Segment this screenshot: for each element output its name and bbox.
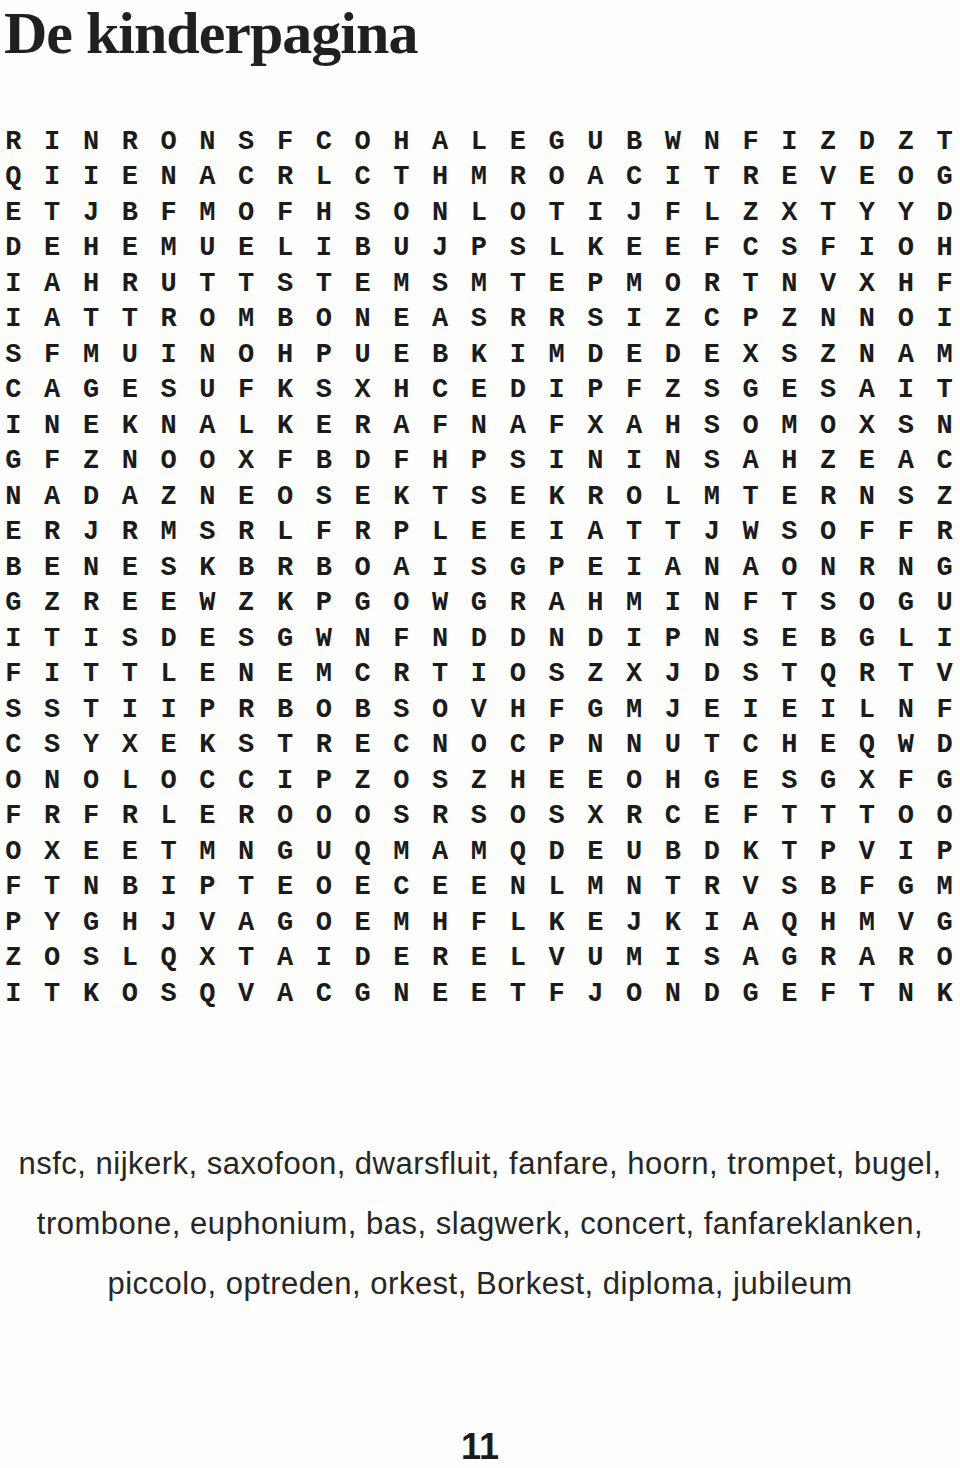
grid-cell-r17c22[interactable]: I [809, 692, 848, 728]
grid-cell-r8c16[interactable]: P [576, 373, 615, 409]
grid-cell-r13c10[interactable]: O [343, 550, 382, 586]
grid-cell-r10c14[interactable]: S [498, 444, 537, 480]
grid-cell-r25c19[interactable]: D [692, 976, 731, 1012]
grid-cell-r1c6[interactable]: N [188, 124, 227, 160]
grid-cell-r20c15[interactable]: S [537, 799, 576, 835]
grid-cell-r11c21[interactable]: E [770, 479, 809, 515]
grid-cell-r22c24[interactable]: G [886, 870, 925, 906]
grid-cell-r16c20[interactable]: S [731, 657, 770, 693]
grid-cell-r16c13[interactable]: I [460, 657, 499, 693]
grid-cell-r14c18[interactable]: I [654, 586, 693, 622]
grid-cell-r20c5[interactable]: L [149, 799, 188, 835]
grid-cell-r12c11[interactable]: P [382, 515, 421, 551]
grid-cell-r15c10[interactable]: N [343, 621, 382, 657]
grid-cell-r10c11[interactable]: F [382, 444, 421, 480]
grid-cell-r4c14[interactable]: S [498, 231, 537, 267]
grid-cell-r6c11[interactable]: E [382, 302, 421, 338]
grid-cell-r11c16[interactable]: R [576, 479, 615, 515]
grid-cell-r22c9[interactable]: O [304, 870, 343, 906]
grid-cell-r25c20[interactable]: G [731, 976, 770, 1012]
grid-cell-r3c5[interactable]: F [149, 195, 188, 231]
grid-cell-r11c25[interactable]: Z [925, 479, 960, 515]
grid-cell-r1c13[interactable]: L [460, 124, 499, 160]
grid-cell-r5c16[interactable]: P [576, 266, 615, 302]
grid-cell-r19c21[interactable]: S [770, 763, 809, 799]
grid-cell-r19c8[interactable]: I [266, 763, 305, 799]
grid-cell-r21c13[interactable]: M [460, 834, 499, 870]
grid-cell-r16c18[interactable]: J [654, 657, 693, 693]
grid-cell-r10c15[interactable]: I [537, 444, 576, 480]
grid-cell-r5c14[interactable]: T [498, 266, 537, 302]
grid-cell-r24c9[interactable]: I [304, 941, 343, 977]
grid-cell-r13c4[interactable]: E [110, 550, 149, 586]
grid-cell-r8c7[interactable]: F [227, 373, 266, 409]
grid-cell-r4c3[interactable]: H [72, 231, 111, 267]
grid-cell-r15c23[interactable]: G [848, 621, 887, 657]
grid-cell-r14c13[interactable]: G [460, 586, 499, 622]
grid-cell-r4c23[interactable]: I [848, 231, 887, 267]
grid-cell-r21c8[interactable]: G [266, 834, 305, 870]
grid-cell-r11c4[interactable]: A [110, 479, 149, 515]
grid-cell-r12c19[interactable]: J [692, 515, 731, 551]
grid-cell-r15c4[interactable]: S [110, 621, 149, 657]
grid-cell-r2c12[interactable]: H [421, 160, 460, 196]
grid-cell-r1c24[interactable]: Z [886, 124, 925, 160]
grid-cell-r24c5[interactable]: Q [149, 941, 188, 977]
grid-cell-r9c6[interactable]: A [188, 408, 227, 444]
grid-cell-r23c8[interactable]: G [266, 905, 305, 941]
grid-cell-r4c7[interactable]: E [227, 231, 266, 267]
grid-cell-r6c5[interactable]: R [149, 302, 188, 338]
grid-cell-r14c1[interactable]: G [0, 586, 33, 622]
grid-cell-r16c19[interactable]: D [692, 657, 731, 693]
grid-cell-r24c7[interactable]: T [227, 941, 266, 977]
grid-cell-r13c14[interactable]: G [498, 550, 537, 586]
grid-cell-r15c14[interactable]: D [498, 621, 537, 657]
grid-cell-r6c22[interactable]: N [809, 302, 848, 338]
grid-cell-r14c3[interactable]: R [72, 586, 111, 622]
grid-cell-r25c24[interactable]: N [886, 976, 925, 1012]
grid-cell-r10c12[interactable]: H [421, 444, 460, 480]
grid-cell-r20c20[interactable]: F [731, 799, 770, 835]
grid-cell-r11c2[interactable]: A [33, 479, 72, 515]
grid-cell-r8c13[interactable]: E [460, 373, 499, 409]
grid-cell-r19c1[interactable]: O [0, 763, 33, 799]
grid-cell-r6c24[interactable]: O [886, 302, 925, 338]
grid-cell-r3c2[interactable]: T [33, 195, 72, 231]
grid-cell-r7c18[interactable]: D [654, 337, 693, 373]
grid-cell-r16c4[interactable]: T [110, 657, 149, 693]
grid-cell-r19c25[interactable]: G [925, 763, 960, 799]
grid-cell-r1c17[interactable]: B [615, 124, 654, 160]
grid-cell-r20c19[interactable]: E [692, 799, 731, 835]
grid-cell-r4c20[interactable]: C [731, 231, 770, 267]
grid-cell-r11c6[interactable]: N [188, 479, 227, 515]
grid-cell-r17c1[interactable]: S [0, 692, 33, 728]
grid-cell-r22c25[interactable]: M [925, 870, 960, 906]
grid-cell-r12c10[interactable]: R [343, 515, 382, 551]
grid-cell-r4c22[interactable]: F [809, 231, 848, 267]
grid-cell-r3c22[interactable]: T [809, 195, 848, 231]
grid-cell-r18c4[interactable]: X [110, 728, 149, 764]
grid-cell-r21c5[interactable]: T [149, 834, 188, 870]
grid-cell-r12c13[interactable]: E [460, 515, 499, 551]
grid-cell-r25c13[interactable]: E [460, 976, 499, 1012]
grid-cell-r18c13[interactable]: O [460, 728, 499, 764]
grid-cell-r18c5[interactable]: E [149, 728, 188, 764]
grid-cell-r20c8[interactable]: O [266, 799, 305, 835]
grid-cell-r13c18[interactable]: A [654, 550, 693, 586]
grid-cell-r21c16[interactable]: E [576, 834, 615, 870]
grid-cell-r7c15[interactable]: M [537, 337, 576, 373]
grid-cell-r19c12[interactable]: S [421, 763, 460, 799]
grid-cell-r5c3[interactable]: H [72, 266, 111, 302]
grid-cell-r3c9[interactable]: H [304, 195, 343, 231]
grid-cell-r6c25[interactable]: I [925, 302, 960, 338]
grid-cell-r2c14[interactable]: R [498, 160, 537, 196]
grid-cell-r2c17[interactable]: C [615, 160, 654, 196]
grid-cell-r9c15[interactable]: F [537, 408, 576, 444]
grid-cell-r5c6[interactable]: T [188, 266, 227, 302]
grid-cell-r5c24[interactable]: H [886, 266, 925, 302]
grid-cell-r2c20[interactable]: R [731, 160, 770, 196]
grid-cell-r10c10[interactable]: D [343, 444, 382, 480]
grid-cell-r12c7[interactable]: R [227, 515, 266, 551]
grid-cell-r1c10[interactable]: O [343, 124, 382, 160]
grid-cell-r15c5[interactable]: D [149, 621, 188, 657]
grid-cell-r18c10[interactable]: E [343, 728, 382, 764]
grid-cell-r12c5[interactable]: M [149, 515, 188, 551]
grid-cell-r9c9[interactable]: E [304, 408, 343, 444]
grid-cell-r16c23[interactable]: R [848, 657, 887, 693]
grid-cell-r20c10[interactable]: O [343, 799, 382, 835]
grid-cell-r18c19[interactable]: T [692, 728, 731, 764]
grid-cell-r7c1[interactable]: S [0, 337, 33, 373]
grid-cell-r17c23[interactable]: L [848, 692, 887, 728]
grid-cell-r4c15[interactable]: L [537, 231, 576, 267]
grid-cell-r15c6[interactable]: E [188, 621, 227, 657]
grid-cell-r11c8[interactable]: O [266, 479, 305, 515]
grid-cell-r24c14[interactable]: L [498, 941, 537, 977]
grid-cell-r7c17[interactable]: E [615, 337, 654, 373]
grid-cell-r14c12[interactable]: W [421, 586, 460, 622]
grid-cell-r9c8[interactable]: K [266, 408, 305, 444]
grid-cell-r6c23[interactable]: N [848, 302, 887, 338]
grid-cell-r17c2[interactable]: S [33, 692, 72, 728]
grid-cell-r11c3[interactable]: D [72, 479, 111, 515]
grid-cell-r20c14[interactable]: O [498, 799, 537, 835]
grid-cell-r24c25[interactable]: O [925, 941, 960, 977]
grid-cell-r13c8[interactable]: R [266, 550, 305, 586]
grid-cell-r20c23[interactable]: T [848, 799, 887, 835]
grid-cell-r2c19[interactable]: T [692, 160, 731, 196]
grid-cell-r2c4[interactable]: E [110, 160, 149, 196]
grid-cell-r4c18[interactable]: E [654, 231, 693, 267]
grid-cell-r16c10[interactable]: C [343, 657, 382, 693]
grid-cell-r25c10[interactable]: G [343, 976, 382, 1012]
grid-cell-r8c4[interactable]: E [110, 373, 149, 409]
grid-cell-r2c16[interactable]: A [576, 160, 615, 196]
grid-cell-r3c17[interactable]: J [615, 195, 654, 231]
grid-cell-r8c9[interactable]: S [304, 373, 343, 409]
grid-cell-r10c3[interactable]: Z [72, 444, 111, 480]
grid-cell-r23c5[interactable]: J [149, 905, 188, 941]
grid-cell-r14c5[interactable]: E [149, 586, 188, 622]
grid-cell-r1c8[interactable]: F [266, 124, 305, 160]
grid-cell-r16c6[interactable]: E [188, 657, 227, 693]
grid-cell-r17c9[interactable]: O [304, 692, 343, 728]
grid-cell-r2c7[interactable]: C [227, 160, 266, 196]
grid-cell-r16c1[interactable]: F [0, 657, 33, 693]
grid-cell-r23c18[interactable]: K [654, 905, 693, 941]
grid-cell-r12c14[interactable]: E [498, 515, 537, 551]
grid-cell-r8c25[interactable]: T [925, 373, 960, 409]
grid-cell-r11c19[interactable]: M [692, 479, 731, 515]
grid-cell-r15c12[interactable]: N [421, 621, 460, 657]
grid-cell-r25c14[interactable]: T [498, 976, 537, 1012]
grid-cell-r6c12[interactable]: A [421, 302, 460, 338]
grid-cell-r12c1[interactable]: E [0, 515, 33, 551]
grid-cell-r9c11[interactable]: A [382, 408, 421, 444]
grid-cell-r6c21[interactable]: Z [770, 302, 809, 338]
grid-cell-r23c16[interactable]: E [576, 905, 615, 941]
grid-cell-r8c11[interactable]: H [382, 373, 421, 409]
grid-cell-r5c18[interactable]: O [654, 266, 693, 302]
grid-cell-r12c25[interactable]: R [925, 515, 960, 551]
grid-cell-r22c11[interactable]: C [382, 870, 421, 906]
grid-cell-r25c7[interactable]: V [227, 976, 266, 1012]
grid-cell-r6c19[interactable]: C [692, 302, 731, 338]
grid-cell-r23c22[interactable]: H [809, 905, 848, 941]
grid-cell-r22c5[interactable]: I [149, 870, 188, 906]
grid-cell-r24c6[interactable]: X [188, 941, 227, 977]
grid-cell-r11c14[interactable]: E [498, 479, 537, 515]
grid-cell-r19c15[interactable]: E [537, 763, 576, 799]
grid-cell-r21c19[interactable]: D [692, 834, 731, 870]
grid-cell-r9c19[interactable]: S [692, 408, 731, 444]
grid-cell-r17c24[interactable]: N [886, 692, 925, 728]
grid-cell-r23c21[interactable]: Q [770, 905, 809, 941]
grid-cell-r20c4[interactable]: R [110, 799, 149, 835]
grid-cell-r15c2[interactable]: T [33, 621, 72, 657]
grid-cell-r8c14[interactable]: D [498, 373, 537, 409]
grid-cell-r10c5[interactable]: O [149, 444, 188, 480]
grid-cell-r24c20[interactable]: A [731, 941, 770, 977]
grid-cell-r22c21[interactable]: S [770, 870, 809, 906]
grid-cell-r4c25[interactable]: H [925, 231, 960, 267]
grid-cell-r20c22[interactable]: T [809, 799, 848, 835]
grid-cell-r20c21[interactable]: T [770, 799, 809, 835]
grid-cell-r6c2[interactable]: A [33, 302, 72, 338]
grid-cell-r13c3[interactable]: N [72, 550, 111, 586]
grid-cell-r13c16[interactable]: E [576, 550, 615, 586]
grid-cell-r19c17[interactable]: O [615, 763, 654, 799]
grid-cell-r7c4[interactable]: U [110, 337, 149, 373]
grid-cell-r16c12[interactable]: T [421, 657, 460, 693]
grid-cell-r12c18[interactable]: T [654, 515, 693, 551]
grid-cell-r22c17[interactable]: N [615, 870, 654, 906]
grid-cell-r21c18[interactable]: B [654, 834, 693, 870]
grid-cell-r10c6[interactable]: O [188, 444, 227, 480]
grid-cell-r8c23[interactable]: A [848, 373, 887, 409]
grid-cell-r6c9[interactable]: O [304, 302, 343, 338]
grid-cell-r8c19[interactable]: S [692, 373, 731, 409]
grid-cell-r25c6[interactable]: Q [188, 976, 227, 1012]
grid-cell-r18c24[interactable]: W [886, 728, 925, 764]
grid-cell-r6c13[interactable]: S [460, 302, 499, 338]
grid-cell-r9c20[interactable]: O [731, 408, 770, 444]
grid-cell-r21c1[interactable]: O [0, 834, 33, 870]
grid-cell-r11c17[interactable]: O [615, 479, 654, 515]
grid-cell-r11c20[interactable]: T [731, 479, 770, 515]
grid-cell-r1c3[interactable]: N [72, 124, 111, 160]
grid-cell-r19c20[interactable]: E [731, 763, 770, 799]
grid-cell-r7c8[interactable]: H [266, 337, 305, 373]
grid-cell-r5c15[interactable]: E [537, 266, 576, 302]
grid-cell-r7c24[interactable]: A [886, 337, 925, 373]
grid-cell-r12c20[interactable]: W [731, 515, 770, 551]
grid-cell-r23c4[interactable]: H [110, 905, 149, 941]
grid-cell-r24c3[interactable]: S [72, 941, 111, 977]
grid-cell-r13c23[interactable]: R [848, 550, 887, 586]
grid-cell-r4c17[interactable]: E [615, 231, 654, 267]
grid-cell-r25c3[interactable]: K [72, 976, 111, 1012]
grid-cell-r12c16[interactable]: A [576, 515, 615, 551]
grid-cell-r13c5[interactable]: S [149, 550, 188, 586]
grid-cell-r16c8[interactable]: E [266, 657, 305, 693]
grid-cell-r13c19[interactable]: N [692, 550, 731, 586]
grid-cell-r4c6[interactable]: U [188, 231, 227, 267]
grid-cell-r17c25[interactable]: F [925, 692, 960, 728]
grid-cell-r5c2[interactable]: A [33, 266, 72, 302]
grid-cell-r25c9[interactable]: C [304, 976, 343, 1012]
grid-cell-r8c2[interactable]: A [33, 373, 72, 409]
grid-cell-r24c11[interactable]: E [382, 941, 421, 977]
grid-cell-r7c7[interactable]: O [227, 337, 266, 373]
grid-cell-r10c23[interactable]: E [848, 444, 887, 480]
grid-cell-r13c17[interactable]: I [615, 550, 654, 586]
grid-cell-r20c2[interactable]: R [33, 799, 72, 835]
grid-cell-r7c3[interactable]: M [72, 337, 111, 373]
grid-cell-r14c7[interactable]: Z [227, 586, 266, 622]
grid-cell-r3c20[interactable]: Z [731, 195, 770, 231]
grid-cell-r9c25[interactable]: N [925, 408, 960, 444]
grid-cell-r21c24[interactable]: I [886, 834, 925, 870]
grid-cell-r4c1[interactable]: D [0, 231, 33, 267]
grid-cell-r10c13[interactable]: P [460, 444, 499, 480]
grid-cell-r23c11[interactable]: M [382, 905, 421, 941]
grid-cell-r1c18[interactable]: W [654, 124, 693, 160]
grid-cell-r20c16[interactable]: X [576, 799, 615, 835]
grid-cell-r9c18[interactable]: H [654, 408, 693, 444]
grid-cell-r1c11[interactable]: H [382, 124, 421, 160]
grid-cell-r23c14[interactable]: L [498, 905, 537, 941]
grid-cell-r9c12[interactable]: F [421, 408, 460, 444]
grid-cell-r9c10[interactable]: R [343, 408, 382, 444]
grid-cell-r2c2[interactable]: I [33, 160, 72, 196]
grid-cell-r8c8[interactable]: K [266, 373, 305, 409]
grid-cell-r17c16[interactable]: G [576, 692, 615, 728]
grid-cell-r17c3[interactable]: T [72, 692, 111, 728]
grid-cell-r4c12[interactable]: J [421, 231, 460, 267]
grid-cell-r14c9[interactable]: P [304, 586, 343, 622]
grid-cell-r18c15[interactable]: P [537, 728, 576, 764]
grid-cell-r14c17[interactable]: M [615, 586, 654, 622]
grid-cell-r9c14[interactable]: A [498, 408, 537, 444]
grid-cell-r13c22[interactable]: N [809, 550, 848, 586]
grid-cell-r18c14[interactable]: C [498, 728, 537, 764]
grid-cell-r23c2[interactable]: Y [33, 905, 72, 941]
grid-cell-r22c2[interactable]: T [33, 870, 72, 906]
grid-cell-r22c10[interactable]: E [343, 870, 382, 906]
grid-cell-r1c4[interactable]: R [110, 124, 149, 160]
grid-cell-r8c18[interactable]: Z [654, 373, 693, 409]
grid-cell-r10c24[interactable]: A [886, 444, 925, 480]
grid-cell-r2c6[interactable]: A [188, 160, 227, 196]
grid-cell-r14c25[interactable]: U [925, 586, 960, 622]
grid-cell-r19c14[interactable]: H [498, 763, 537, 799]
grid-cell-r4c8[interactable]: L [266, 231, 305, 267]
grid-cell-r10c4[interactable]: N [110, 444, 149, 480]
grid-cell-r7c12[interactable]: B [421, 337, 460, 373]
grid-cell-r14c20[interactable]: F [731, 586, 770, 622]
grid-cell-r2c25[interactable]: G [925, 160, 960, 196]
grid-cell-r9c2[interactable]: N [33, 408, 72, 444]
grid-cell-r2c23[interactable]: E [848, 160, 887, 196]
grid-cell-r22c12[interactable]: E [421, 870, 460, 906]
grid-cell-r25c18[interactable]: N [654, 976, 693, 1012]
grid-cell-r24c23[interactable]: A [848, 941, 887, 977]
grid-cell-r20c11[interactable]: S [382, 799, 421, 835]
grid-cell-r6c3[interactable]: T [72, 302, 111, 338]
grid-cell-r23c17[interactable]: J [615, 905, 654, 941]
grid-cell-r1c15[interactable]: G [537, 124, 576, 160]
grid-cell-r5c8[interactable]: S [266, 266, 305, 302]
grid-cell-r1c21[interactable]: I [770, 124, 809, 160]
grid-cell-r8c17[interactable]: F [615, 373, 654, 409]
grid-cell-r12c12[interactable]: L [421, 515, 460, 551]
grid-cell-r4c21[interactable]: S [770, 231, 809, 267]
grid-cell-r15c25[interactable]: I [925, 621, 960, 657]
grid-cell-r8c1[interactable]: C [0, 373, 33, 409]
grid-cell-r9c4[interactable]: K [110, 408, 149, 444]
grid-cell-r1c14[interactable]: E [498, 124, 537, 160]
grid-cell-r20c13[interactable]: S [460, 799, 499, 835]
grid-cell-r8c15[interactable]: I [537, 373, 576, 409]
grid-cell-r24c13[interactable]: E [460, 941, 499, 977]
grid-cell-r21c25[interactable]: P [925, 834, 960, 870]
grid-cell-r7c6[interactable]: N [188, 337, 227, 373]
grid-cell-r25c16[interactable]: J [576, 976, 615, 1012]
grid-cell-r21c17[interactable]: U [615, 834, 654, 870]
grid-cell-r22c4[interactable]: B [110, 870, 149, 906]
grid-cell-r20c6[interactable]: E [188, 799, 227, 835]
grid-cell-r22c1[interactable]: F [0, 870, 33, 906]
grid-cell-r16c16[interactable]: Z [576, 657, 615, 693]
grid-cell-r15c8[interactable]: G [266, 621, 305, 657]
grid-cell-r8c21[interactable]: E [770, 373, 809, 409]
grid-cell-r14c21[interactable]: T [770, 586, 809, 622]
grid-cell-r15c20[interactable]: S [731, 621, 770, 657]
grid-cell-r15c3[interactable]: I [72, 621, 111, 657]
grid-cell-r15c15[interactable]: N [537, 621, 576, 657]
grid-cell-r3c4[interactable]: B [110, 195, 149, 231]
grid-cell-r19c23[interactable]: X [848, 763, 887, 799]
grid-cell-r3c15[interactable]: T [537, 195, 576, 231]
grid-cell-r17c15[interactable]: F [537, 692, 576, 728]
grid-cell-r3c13[interactable]: L [460, 195, 499, 231]
grid-cell-r1c25[interactable]: T [925, 124, 960, 160]
